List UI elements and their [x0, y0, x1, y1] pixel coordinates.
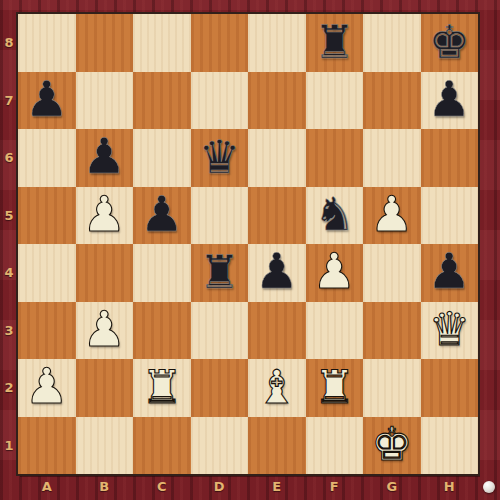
square-g1[interactable]: ♚: [363, 417, 421, 475]
square-d1[interactable]: [191, 417, 249, 475]
square-e7[interactable]: [248, 72, 306, 130]
square-d4[interactable]: ♜: [191, 244, 249, 302]
square-d8[interactable]: [191, 14, 249, 72]
square-e6[interactable]: [248, 129, 306, 187]
square-a2[interactable]: ♟: [18, 359, 76, 417]
square-d2[interactable]: [191, 359, 249, 417]
rank-label-1: 1: [0, 417, 18, 475]
square-b1[interactable]: [76, 417, 134, 475]
square-g3[interactable]: [363, 302, 421, 360]
piece-white-pawn[interactable]: ♟: [370, 190, 414, 239]
square-c6[interactable]: [133, 129, 191, 187]
file-label-a: A: [18, 474, 76, 500]
chess-board: ♜♚♟♟♟♛♟♟♞♟♜♟♟♟♟♛♟♜♝♜♚: [18, 14, 478, 474]
square-g2[interactable]: [363, 359, 421, 417]
square-h4[interactable]: ♟: [421, 244, 479, 302]
board-frame: ♜♚♟♟♟♛♟♟♞♟♜♟♟♟♟♛♟♜♝♜♚ 87654321 ABCDEFGH: [0, 0, 500, 500]
file-label-e: E: [248, 474, 306, 500]
square-e2[interactable]: ♝: [248, 359, 306, 417]
square-b5[interactable]: ♟: [76, 187, 134, 245]
square-c5[interactable]: ♟: [133, 187, 191, 245]
square-g6[interactable]: [363, 129, 421, 187]
rank-label-8: 8: [0, 14, 18, 72]
piece-black-rook[interactable]: ♜: [199, 249, 240, 295]
square-f2[interactable]: ♜: [306, 359, 364, 417]
white-to-move-indicator: [483, 481, 495, 493]
square-c2[interactable]: ♜: [133, 359, 191, 417]
square-e1[interactable]: [248, 417, 306, 475]
piece-black-pawn[interactable]: ♟: [25, 75, 69, 124]
square-a5[interactable]: [18, 187, 76, 245]
file-label-d: D: [191, 474, 249, 500]
square-e5[interactable]: [248, 187, 306, 245]
square-g7[interactable]: [363, 72, 421, 130]
rank-label-5: 5: [0, 187, 18, 245]
square-c1[interactable]: [133, 417, 191, 475]
piece-white-pawn[interactable]: ♟: [82, 190, 126, 239]
file-label-c: C: [133, 474, 191, 500]
file-label-b: B: [76, 474, 134, 500]
square-b3[interactable]: ♟: [76, 302, 134, 360]
file-label-g: G: [363, 474, 421, 500]
square-a4[interactable]: [18, 244, 76, 302]
square-c7[interactable]: [133, 72, 191, 130]
rank-label-3: 3: [0, 302, 18, 360]
square-e8[interactable]: [248, 14, 306, 72]
square-f7[interactable]: [306, 72, 364, 130]
square-h7[interactable]: ♟: [421, 72, 479, 130]
piece-white-queen[interactable]: ♛: [429, 306, 470, 352]
square-b8[interactable]: [76, 14, 134, 72]
square-h6[interactable]: [421, 129, 479, 187]
piece-black-pawn[interactable]: ♟: [140, 190, 184, 239]
piece-black-pawn[interactable]: ♟: [82, 132, 126, 181]
square-a6[interactable]: [18, 129, 76, 187]
square-a3[interactable]: [18, 302, 76, 360]
piece-white-pawn[interactable]: ♟: [25, 362, 69, 411]
square-b2[interactable]: [76, 359, 134, 417]
square-b7[interactable]: [76, 72, 134, 130]
square-g8[interactable]: [363, 14, 421, 72]
square-g5[interactable]: ♟: [363, 187, 421, 245]
square-f4[interactable]: ♟: [306, 244, 364, 302]
square-d6[interactable]: ♛: [191, 129, 249, 187]
square-a7[interactable]: ♟: [18, 72, 76, 130]
square-h2[interactable]: [421, 359, 479, 417]
square-f1[interactable]: [306, 417, 364, 475]
rank-label-6: 6: [0, 129, 18, 187]
piece-white-rook[interactable]: ♜: [314, 364, 355, 410]
square-h3[interactable]: ♛: [421, 302, 479, 360]
piece-white-pawn[interactable]: ♟: [82, 305, 126, 354]
square-d7[interactable]: [191, 72, 249, 130]
piece-white-king[interactable]: ♚: [371, 421, 412, 467]
square-f8[interactable]: ♜: [306, 14, 364, 72]
piece-black-pawn[interactable]: ♟: [427, 247, 471, 296]
square-f3[interactable]: [306, 302, 364, 360]
piece-black-rook[interactable]: ♜: [314, 19, 355, 65]
rank-label-7: 7: [0, 72, 18, 130]
rank-label-4: 4: [0, 244, 18, 302]
piece-black-pawn[interactable]: ♟: [427, 75, 471, 124]
square-d3[interactable]: [191, 302, 249, 360]
square-b4[interactable]: [76, 244, 134, 302]
piece-black-king[interactable]: ♚: [429, 19, 470, 65]
square-c8[interactable]: [133, 14, 191, 72]
square-h8[interactable]: ♚: [421, 14, 479, 72]
square-f6[interactable]: [306, 129, 364, 187]
square-c4[interactable]: [133, 244, 191, 302]
square-h1[interactable]: [421, 417, 479, 475]
piece-black-pawn[interactable]: ♟: [255, 247, 299, 296]
piece-black-queen[interactable]: ♛: [199, 134, 240, 180]
rank-label-2: 2: [0, 359, 18, 417]
square-g4[interactable]: [363, 244, 421, 302]
file-label-f: F: [306, 474, 364, 500]
piece-white-bishop[interactable]: ♝: [256, 364, 297, 410]
file-label-h: H: [421, 474, 479, 500]
square-f5[interactable]: ♞: [306, 187, 364, 245]
piece-black-knight[interactable]: ♞: [314, 191, 355, 237]
piece-white-pawn[interactable]: ♟: [312, 247, 356, 296]
square-c3[interactable]: [133, 302, 191, 360]
square-d5[interactable]: [191, 187, 249, 245]
piece-white-rook[interactable]: ♜: [141, 364, 182, 410]
square-b6[interactable]: ♟: [76, 129, 134, 187]
square-h5[interactable]: [421, 187, 479, 245]
square-a1[interactable]: [18, 417, 76, 475]
square-e4[interactable]: ♟: [248, 244, 306, 302]
square-e3[interactable]: [248, 302, 306, 360]
square-a8[interactable]: [18, 14, 76, 72]
